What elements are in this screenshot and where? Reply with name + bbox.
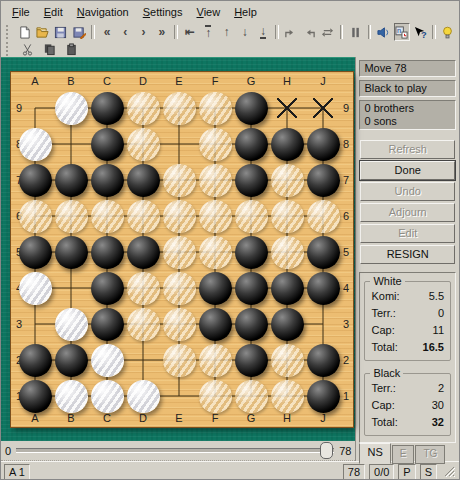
white-stone-icon <box>55 92 88 125</box>
black-stone-icon <box>127 164 160 197</box>
toolbar-main: «‹›»⇤↑↑↓↓n? <box>1 23 459 41</box>
white-stone-icon <box>55 308 88 341</box>
black-stone-icon <box>199 272 232 305</box>
stone-dead-white-E2[interactable] <box>161 342 197 378</box>
white-score-group: White Komi: 5.5 Terr.: 0 Cap: 11 Total: <box>364 281 451 361</box>
coord-label-top-D: D <box>125 75 161 87</box>
first-move-icon[interactable]: ⇤ <box>182 23 198 41</box>
stone-black-B5[interactable] <box>53 234 89 270</box>
ghost-stone-icon <box>163 344 196 377</box>
coord-label-top-J: J <box>305 75 341 87</box>
move-slider[interactable] <box>16 448 334 453</box>
whats-this-help-icon[interactable]: ? <box>412 23 428 41</box>
stone-black-C7[interactable] <box>89 162 125 198</box>
black-score-title: Black <box>370 367 403 379</box>
stone-black-G2[interactable] <box>233 342 269 378</box>
open-file-icon[interactable] <box>34 23 50 41</box>
ghost-stone-icon <box>271 380 304 413</box>
white-captures-row: Cap: 11 <box>371 324 444 336</box>
stone-white-B1[interactable] <box>53 378 89 414</box>
stone-dead-white-F1[interactable] <box>197 378 233 414</box>
territory-x-icon <box>313 98 333 118</box>
black-stone-icon <box>307 380 340 413</box>
stone-dead-white-F7[interactable] <box>197 162 233 198</box>
adjourn-button: Adjourn <box>360 203 455 222</box>
move-number-box: Move 78 <box>359 60 456 77</box>
stone-white-A4[interactable] <box>17 270 53 306</box>
stone-black-B7[interactable] <box>53 162 89 198</box>
coord-label-right-3: 3 <box>339 318 353 330</box>
black-stone-icon <box>307 272 340 305</box>
done-button[interactable]: Done <box>360 161 455 180</box>
black-stone-icon <box>235 344 268 377</box>
stone-black-A7[interactable] <box>17 162 53 198</box>
black-stone-icon <box>55 236 88 269</box>
stone-black-G5[interactable] <box>233 234 269 270</box>
stone-dead-white-E4[interactable] <box>161 270 197 306</box>
ghost-stone-icon <box>199 128 232 161</box>
ghost-stone-icon <box>163 308 196 341</box>
black-stone-icon <box>271 308 304 341</box>
menu-help[interactable]: Help <box>227 3 264 21</box>
white-stone-icon <box>91 380 124 413</box>
toolbar-handle[interactable] <box>6 25 12 39</box>
score-frame: White Komi: 5.5 Terr.: 0 Cap: 11 Total: <box>359 272 456 443</box>
action-buttons: Refresh Done Undo Adjourn Edit RESIGN <box>356 138 459 264</box>
status-bar: A 1 78 0/0 P S <box>1 461 459 480</box>
qgo-window: FileEditNavigationSettingsViewHelp «‹›»⇤… <box>0 0 460 480</box>
territory-mark-J9[interactable] <box>305 90 341 126</box>
black-stone-icon <box>91 308 124 341</box>
stone-black-C9[interactable] <box>89 90 125 126</box>
menu-bar: FileEditNavigationSettingsViewHelp <box>1 1 459 23</box>
tab-tg: TG <box>415 445 445 464</box>
point-B4[interactable] <box>53 270 89 306</box>
stone-black-A5[interactable] <box>17 234 53 270</box>
point-J3[interactable] <box>305 306 341 342</box>
stone-dead-white-E9[interactable] <box>161 90 197 126</box>
board-background: AABBCCDDEEFFGGHHJJ998877665544332211 <box>1 57 355 441</box>
refresh-button: Refresh <box>360 140 455 159</box>
stone-dead-white-C6[interactable] <box>89 198 125 234</box>
resize-grip[interactable] <box>443 465 456 478</box>
white-stone-icon <box>91 344 124 377</box>
black-score-group: Black Terr.: 2 Cap: 30 Total: 32 <box>364 373 451 436</box>
goban[interactable]: AABBCCDDEEFFGGHHJJ998877665544332211 <box>11 72 353 427</box>
stone-white-B9[interactable] <box>53 90 89 126</box>
move-slider-row: 0 78 <box>1 441 355 461</box>
menu-view[interactable]: View <box>189 3 227 21</box>
stone-black-C8[interactable] <box>89 126 125 162</box>
black-stone-icon <box>199 308 232 341</box>
territory-x-icon <box>277 98 297 118</box>
black-total-row: Total: 32 <box>371 416 444 428</box>
stone-black-D5[interactable] <box>125 234 161 270</box>
paste-icon[interactable] <box>61 40 81 58</box>
resign-button[interactable]: RESIGN <box>360 245 455 264</box>
svg-text:?: ? <box>420 30 426 39</box>
coord-label-right-8: 8 <box>339 138 353 150</box>
ghost-stone-icon <box>55 200 88 233</box>
step-forward-icon[interactable]: › <box>135 23 151 41</box>
stone-dead-white-F5[interactable] <box>197 234 233 270</box>
copy-icon[interactable] <box>39 40 59 58</box>
white-total-row: Total: 16.5 <box>371 341 444 353</box>
toolbar-handle[interactable] <box>6 42 13 56</box>
previous-variation-icon[interactable] <box>283 23 299 41</box>
stone-white-B3[interactable] <box>53 306 89 342</box>
fast-rewind-icon[interactable]: « <box>99 23 115 41</box>
stone-dead-white-D9[interactable] <box>125 90 161 126</box>
stone-black-G4[interactable] <box>233 270 269 306</box>
toolbar-separator <box>432 25 436 39</box>
slider-max-label: 78 <box>339 445 351 457</box>
turn-indicator-box: Black to play <box>359 80 456 97</box>
toolbar-edit <box>1 41 459 57</box>
next-variation-icon[interactable] <box>301 23 317 41</box>
stone-black-F3[interactable] <box>197 306 233 342</box>
black-stone-icon <box>235 272 268 305</box>
board-region: AABBCCDDEEFFGGHHJJ998877665544332211 0 7… <box>1 57 355 461</box>
toolbar-separator <box>174 25 178 39</box>
coord-label-right-7: 7 <box>339 174 353 186</box>
stone-dead-white-B6[interactable] <box>53 198 89 234</box>
pause-icon[interactable] <box>347 23 363 41</box>
coord-label-right-5: 5 <box>339 246 353 258</box>
stone-white-C1[interactable] <box>89 378 125 414</box>
coord-label-top-B: B <box>53 75 89 87</box>
variation-up-icon[interactable]: ↑ <box>218 23 234 41</box>
ghost-stone-icon <box>127 200 160 233</box>
stone-black-J5[interactable] <box>305 234 341 270</box>
black-stone-icon <box>235 236 268 269</box>
ghost-stone-icon <box>199 164 232 197</box>
branch-start-icon[interactable]: ↑ <box>200 23 216 41</box>
stone-black-G9[interactable] <box>233 90 269 126</box>
stone-black-J1[interactable] <box>305 378 341 414</box>
coord-label-top-F: F <box>197 75 233 87</box>
black-stone-icon <box>271 272 304 305</box>
stone-black-C3[interactable] <box>89 306 125 342</box>
sons-count: 0 sons <box>364 115 451 128</box>
toolbar-separator <box>91 25 95 39</box>
ghost-stone-icon <box>163 236 196 269</box>
black-stone-icon <box>235 164 268 197</box>
ghost-stone-icon <box>163 272 196 305</box>
cut-icon[interactable] <box>17 40 37 58</box>
stone-dead-white-D6[interactable] <box>125 198 161 234</box>
white-score-title: White <box>370 275 404 287</box>
stone-dead-white-H7[interactable] <box>269 162 305 198</box>
variation-info-box: 0 brothers 0 sons <box>359 100 456 130</box>
white-stone-icon <box>19 128 52 161</box>
ghost-stone-icon <box>163 164 196 197</box>
save-icon[interactable] <box>53 23 69 41</box>
stone-dead-white-E3[interactable] <box>161 306 197 342</box>
last-move-icon[interactable]: ↓ <box>255 23 271 41</box>
undo-button: Undo <box>360 182 455 201</box>
black-stone-icon <box>19 344 52 377</box>
black-stone-icon <box>307 236 340 269</box>
black-stone-icon <box>271 128 304 161</box>
ghost-stone-icon <box>199 200 232 233</box>
panel-tabs: NS E TG <box>356 443 459 464</box>
coord-label-right-6: 6 <box>339 210 353 222</box>
stone-dead-white-E6[interactable] <box>161 198 197 234</box>
black-stone-icon <box>235 92 268 125</box>
stone-black-A2[interactable] <box>17 342 53 378</box>
ghost-stone-icon <box>91 200 124 233</box>
brothers-count: 0 brothers <box>364 102 451 115</box>
stone-black-J8[interactable] <box>305 126 341 162</box>
stone-black-H4[interactable] <box>269 270 305 306</box>
toolbar-separator <box>368 25 372 39</box>
ghost-stone-icon <box>199 344 232 377</box>
save-as-icon[interactable] <box>71 23 87 41</box>
ghost-stone-icon <box>127 272 160 305</box>
coord-label-right-4: 4 <box>339 282 353 294</box>
stone-dead-white-E5[interactable] <box>161 234 197 270</box>
stone-dead-white-H6[interactable] <box>269 198 305 234</box>
tab-ns[interactable]: NS <box>359 443 390 464</box>
ghost-stone-icon <box>127 92 160 125</box>
point-A3[interactable] <box>17 306 53 342</box>
menu-edit[interactable]: Edit <box>37 3 70 21</box>
stone-dead-white-E7[interactable] <box>161 162 197 198</box>
coord-label-right-2: 2 <box>339 354 353 366</box>
status-mode-p: P <box>398 464 415 480</box>
stone-black-G3[interactable] <box>233 306 269 342</box>
svg-text:n: n <box>397 26 401 35</box>
black-stone-icon <box>91 236 124 269</box>
stone-dead-white-H1[interactable] <box>269 378 305 414</box>
stone-black-C4[interactable] <box>89 270 125 306</box>
fast-forward-icon[interactable]: » <box>154 23 170 41</box>
coord-label-right-1: 1 <box>339 390 353 402</box>
toolbar-separator <box>340 25 344 39</box>
coord-label-top-C: C <box>89 75 125 87</box>
coordinates-toggle-icon[interactable]: n <box>394 23 410 41</box>
black-stone-icon <box>127 236 160 269</box>
black-stone-icon <box>91 92 124 125</box>
stone-black-B2[interactable] <box>53 342 89 378</box>
menu-file[interactable]: File <box>5 3 37 21</box>
point-D2[interactable] <box>125 342 161 378</box>
stone-black-F4[interactable] <box>197 270 233 306</box>
ghost-stone-icon <box>199 92 232 125</box>
stone-dead-white-F2[interactable] <box>197 342 233 378</box>
black-stone-icon <box>235 128 268 161</box>
hint-lightbulb-icon[interactable] <box>440 23 456 41</box>
white-territory-row: Terr.: 0 <box>371 307 444 319</box>
stone-black-J4[interactable] <box>305 270 341 306</box>
stone-dead-white-F8[interactable] <box>197 126 233 162</box>
ghost-stone-icon <box>271 236 304 269</box>
stone-black-J2[interactable] <box>305 342 341 378</box>
black-stone-icon <box>19 380 52 413</box>
stone-dead-white-D3[interactable] <box>125 306 161 342</box>
black-stone-icon <box>307 128 340 161</box>
ghost-stone-icon <box>235 200 268 233</box>
black-stone-icon <box>91 164 124 197</box>
ghost-stone-icon <box>271 200 304 233</box>
point-A9[interactable] <box>17 90 53 126</box>
status-coordinate: A 1 <box>4 464 30 480</box>
black-stone-icon <box>91 272 124 305</box>
menu-navigation[interactable]: Navigation <box>70 3 136 21</box>
black-stone-icon <box>91 128 124 161</box>
ghost-stone-icon <box>163 200 196 233</box>
black-stone-icon <box>55 164 88 197</box>
ghost-stone-icon <box>199 236 232 269</box>
stone-black-J7[interactable] <box>305 162 341 198</box>
point-E8[interactable] <box>161 126 197 162</box>
stone-dead-white-F6[interactable] <box>197 198 233 234</box>
status-mode-s: S <box>420 464 437 480</box>
menu-settings[interactable]: Settings <box>136 3 190 21</box>
variation-down-icon[interactable]: ↓ <box>237 23 253 41</box>
black-stone-icon <box>19 164 52 197</box>
move-slider-handle[interactable] <box>320 442 333 459</box>
black-stone-icon <box>307 164 340 197</box>
black-stone-icon <box>19 236 52 269</box>
stone-dead-white-J6[interactable] <box>305 198 341 234</box>
territory-mark-H9[interactable] <box>269 90 305 126</box>
ghost-stone-icon <box>199 380 232 413</box>
status-captures: 0/0 <box>369 464 394 480</box>
coord-label-right-9: 9 <box>339 102 353 114</box>
black-territory-row: Terr.: 2 <box>371 382 444 394</box>
ghost-stone-icon <box>163 92 196 125</box>
tab-e: E <box>392 445 415 464</box>
edit-button: Edit <box>360 224 455 243</box>
new-file-icon[interactable] <box>16 23 32 41</box>
stone-black-G7[interactable] <box>233 162 269 198</box>
coord-label-top-E: E <box>161 75 197 87</box>
coord-label-top-G: G <box>233 75 269 87</box>
ghost-stone-icon <box>127 128 160 161</box>
stone-dead-white-F9[interactable] <box>197 90 233 126</box>
coord-label-top-A: A <box>17 75 53 87</box>
swap-variations-icon[interactable] <box>319 23 335 41</box>
ghost-stone-icon <box>271 164 304 197</box>
stone-white-A8[interactable] <box>17 126 53 162</box>
coord-label-top-H: H <box>269 75 305 87</box>
status-move-number: 78 <box>343 464 365 480</box>
stone-dead-white-D8[interactable] <box>125 126 161 162</box>
ghost-stone-icon <box>19 200 52 233</box>
stone-white-C2[interactable] <box>89 342 125 378</box>
side-panel: Move 78 Black to play 0 brothers 0 sons … <box>355 57 459 461</box>
black-stone-icon <box>307 344 340 377</box>
white-stone-icon <box>19 272 52 305</box>
stone-dead-white-A6[interactable] <box>17 198 53 234</box>
stone-dead-white-D4[interactable] <box>125 270 161 306</box>
stone-dead-white-G6[interactable] <box>233 198 269 234</box>
black-stone-icon <box>55 344 88 377</box>
ghost-stone-icon <box>307 200 340 233</box>
stone-black-D7[interactable] <box>125 162 161 198</box>
stone-black-C5[interactable] <box>89 234 125 270</box>
point-E1[interactable] <box>161 378 197 414</box>
ghost-stone-icon <box>235 380 268 413</box>
black-captures-row: Cap: 30 <box>371 399 444 411</box>
white-komi-row: Komi: 5.5 <box>371 290 444 302</box>
stone-black-H3[interactable] <box>269 306 305 342</box>
point-B8[interactable] <box>53 126 89 162</box>
white-stone-icon <box>127 380 160 413</box>
toolbar-separator <box>275 25 279 39</box>
black-stone-icon <box>235 308 268 341</box>
white-stone-icon <box>55 380 88 413</box>
step-back-icon[interactable]: ‹ <box>117 23 133 41</box>
slider-min-label: 0 <box>5 445 11 457</box>
stone-dead-white-H2[interactable] <box>269 342 305 378</box>
ghost-stone-icon <box>271 344 304 377</box>
stone-dead-white-H5[interactable] <box>269 234 305 270</box>
ghost-stone-icon <box>127 308 160 341</box>
stone-black-G8[interactable] <box>233 126 269 162</box>
stone-dead-white-G1[interactable] <box>233 378 269 414</box>
stone-white-D1[interactable] <box>125 378 161 414</box>
stone-black-A1[interactable] <box>17 378 53 414</box>
stone-black-H8[interactable] <box>269 126 305 162</box>
sound-toggle-icon[interactable] <box>375 23 391 41</box>
main-area: AABBCCDDEEFFGGHHJJ998877665544332211 0 7… <box>1 57 459 461</box>
